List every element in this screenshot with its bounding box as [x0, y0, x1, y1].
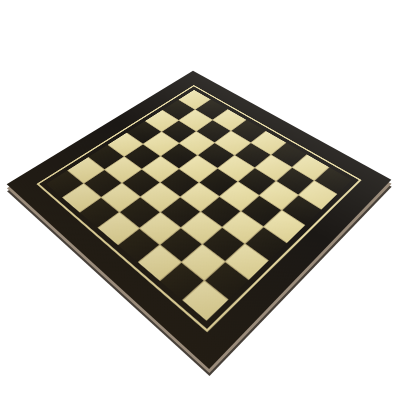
board-squares [46, 90, 351, 321]
chessboard [7, 71, 392, 369]
pinstripe-frame [36, 85, 361, 332]
product-photo-background [0, 0, 400, 400]
board-perspective-group [0, 0, 400, 400]
